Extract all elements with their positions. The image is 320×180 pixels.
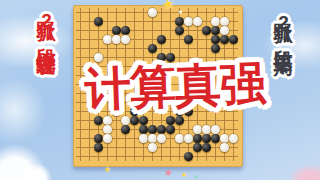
black-stone bbox=[157, 35, 166, 44]
black-stone bbox=[193, 134, 202, 143]
white-stone bbox=[229, 134, 238, 143]
black-stone bbox=[184, 35, 193, 44]
white-stone bbox=[175, 134, 184, 143]
black-stone bbox=[148, 44, 157, 53]
cloud-decoration bbox=[288, 164, 320, 180]
white-stone bbox=[211, 17, 220, 26]
white-stone bbox=[220, 134, 229, 143]
caption-center-main: 计算真强 bbox=[84, 53, 266, 121]
white-stone bbox=[112, 35, 121, 44]
black-stone bbox=[94, 134, 103, 143]
black-stone bbox=[211, 35, 220, 44]
black-stone bbox=[94, 143, 103, 152]
black-stone bbox=[184, 152, 193, 161]
black-stone bbox=[175, 17, 184, 26]
white-stone bbox=[202, 125, 211, 134]
white-stone bbox=[148, 8, 157, 17]
star-icon: ★ bbox=[181, 171, 187, 179]
black-stone bbox=[211, 44, 220, 53]
white-stone bbox=[184, 17, 193, 26]
caption-right-vertical: 野狐2段第十三局 bbox=[274, 8, 293, 45]
white-stone bbox=[103, 35, 112, 44]
cloud-decoration bbox=[0, 144, 46, 180]
white-stone bbox=[103, 134, 112, 143]
black-stone bbox=[121, 26, 130, 35]
black-stone bbox=[166, 125, 175, 134]
black-stone bbox=[121, 125, 130, 134]
cloud-decoration bbox=[0, 78, 47, 143]
white-stone bbox=[148, 134, 157, 143]
cloud-decoration bbox=[22, 163, 52, 180]
white-stone bbox=[193, 125, 202, 134]
white-stone bbox=[220, 26, 229, 35]
black-stone bbox=[211, 134, 220, 143]
white-stone bbox=[121, 35, 130, 44]
sparkle-dot bbox=[194, 175, 198, 179]
white-stone bbox=[220, 143, 229, 152]
black-stone bbox=[193, 143, 202, 152]
black-stone bbox=[220, 35, 229, 44]
black-stone bbox=[157, 125, 166, 134]
black-stone bbox=[202, 143, 211, 152]
white-stone bbox=[157, 134, 166, 143]
black-stone bbox=[175, 26, 184, 35]
black-stone bbox=[148, 125, 157, 134]
black-stone bbox=[202, 26, 211, 35]
white-stone bbox=[139, 134, 148, 143]
star-icon: ★ bbox=[163, 166, 174, 179]
thumbnail-canvas: ★ ★ ★ ★ ★ 野狐2段缠绕进攻 野狐2段第十三局 计算真强 bbox=[0, 0, 320, 180]
white-stone bbox=[148, 143, 157, 152]
black-stone bbox=[112, 26, 121, 35]
white-stone bbox=[211, 125, 220, 134]
white-stone bbox=[103, 125, 112, 134]
white-stone bbox=[193, 17, 202, 26]
black-stone bbox=[139, 125, 148, 134]
black-stone bbox=[211, 26, 220, 35]
caption-left-vertical: 野狐2段缠绕进攻 bbox=[37, 6, 56, 43]
black-stone bbox=[94, 17, 103, 26]
black-stone bbox=[229, 35, 238, 44]
black-stone bbox=[202, 134, 211, 143]
white-stone bbox=[184, 134, 193, 143]
white-stone bbox=[220, 17, 229, 26]
